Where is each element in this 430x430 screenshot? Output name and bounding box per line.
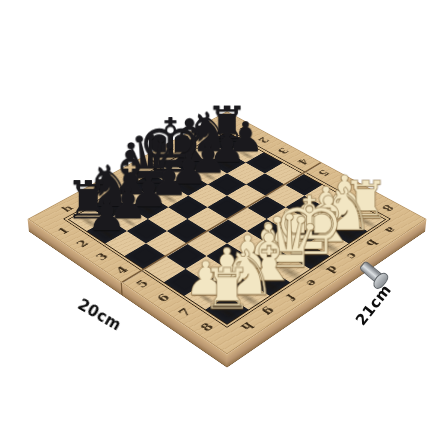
dimension-label-width: 20cm — [75, 295, 125, 334]
playing-area-border — [63, 129, 391, 328]
fold-seam-side — [121, 282, 123, 295]
board-grid — [68, 131, 386, 324]
dimension-label-depth: 21cm — [352, 281, 395, 329]
product-photo-scene: 12345678 12345678 abcdefgh abcdefgh ♜♞♝♚… — [0, 0, 430, 430]
